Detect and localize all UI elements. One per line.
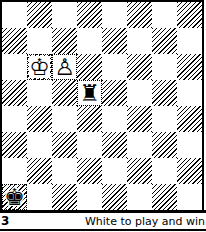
square-c6: ♙ — [52, 54, 77, 80]
square-g1 — [152, 184, 177, 210]
square-a8 — [2, 2, 27, 28]
white-king-piece: ♔ — [27, 54, 52, 80]
square-f3 — [127, 132, 152, 158]
square-e6 — [102, 54, 127, 80]
chess-board: ♔♙♜♚ — [0, 0, 204, 210]
square-b3 — [27, 132, 52, 158]
square-c1 — [52, 184, 77, 210]
square-g5 — [152, 80, 177, 106]
square-a3 — [2, 132, 27, 158]
square-e2 — [102, 158, 127, 184]
square-d2 — [77, 158, 102, 184]
square-h8 — [177, 2, 202, 28]
square-c7 — [52, 28, 77, 54]
square-g6 — [152, 54, 177, 80]
square-c4 — [52, 106, 77, 132]
square-a5 — [2, 80, 27, 106]
square-c8 — [52, 2, 77, 28]
square-b8 — [27, 2, 52, 28]
square-g4 — [152, 106, 177, 132]
square-h5 — [177, 80, 202, 106]
square-a6 — [2, 54, 27, 80]
square-b7 — [27, 28, 52, 54]
square-d8 — [77, 2, 102, 28]
square-f8 — [127, 2, 152, 28]
square-h4 — [177, 106, 202, 132]
square-b1 — [27, 184, 52, 210]
square-g7 — [152, 28, 177, 54]
square-d1 — [77, 184, 102, 210]
square-f1 — [127, 184, 152, 210]
square-g3 — [152, 132, 177, 158]
square-f5 — [127, 80, 152, 106]
square-d4 — [77, 106, 102, 132]
square-f4 — [127, 106, 152, 132]
square-b2 — [27, 158, 52, 184]
square-h7 — [177, 28, 202, 54]
square-a7 — [2, 28, 27, 54]
diagram-number: 3 — [1, 214, 9, 228]
square-b6: ♔ — [27, 54, 52, 80]
square-a2 — [2, 158, 27, 184]
square-e7 — [102, 28, 127, 54]
square-d6 — [77, 54, 102, 80]
square-e5 — [102, 80, 127, 106]
square-d7 — [77, 28, 102, 54]
square-g8 — [152, 2, 177, 28]
square-c2 — [52, 158, 77, 184]
square-h2 — [177, 158, 202, 184]
square-g2 — [152, 158, 177, 184]
square-h1 — [177, 184, 202, 210]
square-c5 — [52, 80, 77, 106]
square-e4 — [102, 106, 127, 132]
square-f7 — [127, 28, 152, 54]
square-a1: ♚ — [2, 184, 27, 210]
square-a4 — [2, 106, 27, 132]
black-rook-piece: ♜ — [77, 80, 102, 106]
caption-bar: 3 White to play and win — [0, 213, 206, 229]
square-h6 — [177, 54, 202, 80]
square-b5 — [27, 80, 52, 106]
square-c3 — [52, 132, 77, 158]
square-d5: ♜ — [77, 80, 102, 106]
square-b4 — [27, 106, 52, 132]
white-pawn-piece: ♙ — [52, 54, 77, 80]
bottom-rule — [0, 229, 206, 231]
square-f6 — [127, 54, 152, 80]
chess-diagram-page: ♔♙♜♚ 3 White to play and win — [0, 0, 206, 232]
square-e3 — [102, 132, 127, 158]
black-king-piece: ♚ — [2, 184, 27, 210]
square-e8 — [102, 2, 127, 28]
square-e1 — [102, 184, 127, 210]
caption-text: White to play and win — [85, 215, 205, 228]
square-d3 — [77, 132, 102, 158]
square-f2 — [127, 158, 152, 184]
square-h3 — [177, 132, 202, 158]
